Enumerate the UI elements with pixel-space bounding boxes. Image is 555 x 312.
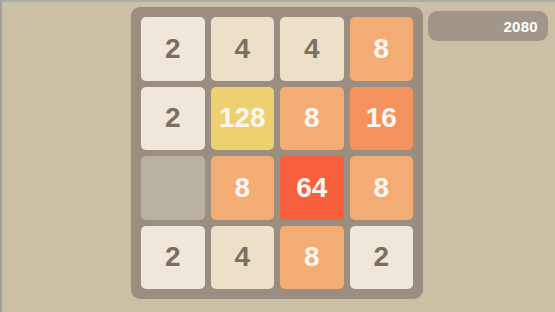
tile-4: 4 bbox=[211, 17, 275, 81]
tile-2: 2 bbox=[141, 226, 205, 290]
tile-4: 4 bbox=[211, 226, 275, 290]
tile-2: 2 bbox=[141, 17, 205, 81]
tile-8: 8 bbox=[280, 87, 344, 151]
window-edge-left bbox=[0, 0, 2, 312]
tile-8: 8 bbox=[280, 226, 344, 290]
window-edge-top bbox=[0, 0, 555, 2]
tile-8: 8 bbox=[350, 17, 414, 81]
tile-8: 8 bbox=[211, 156, 275, 220]
board[interactable]: 2448212881686482482 bbox=[131, 7, 423, 299]
tile-2: 2 bbox=[350, 226, 414, 290]
tile-4: 4 bbox=[280, 17, 344, 81]
score-value: 2080 bbox=[503, 19, 538, 34]
tile-2: 2 bbox=[141, 87, 205, 151]
tile-16: 16 bbox=[350, 87, 414, 151]
tile-64: 64 bbox=[280, 156, 344, 220]
tile-128: 128 bbox=[211, 87, 275, 151]
cell-empty bbox=[141, 156, 205, 220]
tile-8: 8 bbox=[350, 156, 414, 220]
score-panel: 2080 bbox=[428, 11, 548, 41]
